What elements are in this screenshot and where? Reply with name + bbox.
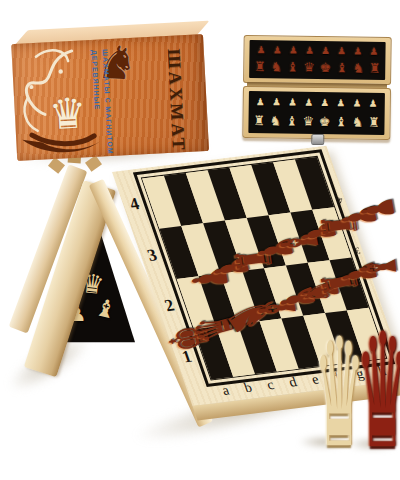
case-piece: ♟: [369, 47, 378, 57]
case-piece: ♝: [335, 115, 347, 128]
case-piece-row: ♜♞♝♛♚♝♞♜: [249, 60, 385, 75]
case-piece: ♜: [253, 114, 265, 127]
box-front-face: ♞ ♛ ДЕРЕВЯННЫЕ ШАХМАТЫ С МАГНИТОМ ШАХМАТ…: [11, 34, 209, 161]
case-lid: ♟♟♟♟♟♟♟♟♜♞♝♛♚♝♞♜: [243, 35, 392, 85]
case-piece: ♚: [319, 115, 331, 128]
case-piece: ♜: [369, 62, 381, 75]
case-piece: ♚: [320, 61, 332, 74]
case-piece: ♟: [321, 46, 330, 56]
case-base: ♟♟♟♟♟♟♟♟♜♞♝♛♚♝♞♜: [242, 86, 391, 140]
lid-felt: ♟♟♟♟♟♟♟♟♜♞♝♛♚♝♞♜: [249, 40, 386, 80]
finger-joint: [48, 157, 65, 174]
case-piece: ♝: [286, 114, 298, 127]
case-piece: ♛: [303, 61, 315, 74]
case-piece: ♟: [289, 46, 298, 56]
case-piece-row: ♟♟♟♟♟♟♟♟: [249, 97, 385, 109]
case-piece: ♟: [353, 47, 362, 57]
queen-silhouette-icon: ♛: [48, 92, 88, 136]
case-piece: ♜: [254, 60, 266, 73]
case-piece: ♟: [320, 98, 329, 108]
base-felt: ♟♟♟♟♟♟♟♟♜♞♝♛♚♝♞♜: [248, 91, 385, 135]
case-piece: ♟: [288, 98, 297, 108]
loose-piece: ♟: [354, 194, 400, 223]
case-piece: ♟: [256, 97, 265, 107]
case-piece: ♟: [304, 98, 313, 108]
case-piece: ♝: [336, 61, 348, 74]
case-piece: ♛: [302, 114, 314, 127]
case-piece: ♝: [287, 61, 299, 74]
case-piece: ♟: [352, 99, 361, 109]
storage-case: ♟♟♟♟♟♟♟♟♜♞♝♛♚♝♞♜ ♟♟♟♟♟♟♟♟♜♞♝♛♚♝♞♜: [242, 35, 391, 140]
case-piece: ♜: [368, 115, 380, 128]
case-piece: ♟: [337, 46, 346, 56]
case-piece-row: ♜♞♝♛♚♝♞♜: [248, 114, 384, 129]
case-piece: ♟: [273, 45, 282, 55]
case-clasp-icon: [311, 134, 324, 145]
product-photo: ♟♛♟♝ 4321 abcdefgh 43 ♞ ♛ ДЕ: [0, 0, 400, 480]
finger-joint: [85, 155, 102, 172]
case-piece: ♟: [336, 99, 345, 109]
packaging-box: ♞ ♛ ДЕРЕВЯННЫЕ ШАХМАТЫ С МАГНИТОМ ШАХМАТ…: [11, 29, 209, 161]
case-piece: ♟: [272, 98, 281, 108]
case-piece: ♟: [368, 99, 377, 109]
case-piece: ♞: [352, 61, 364, 74]
case-piece: ♟: [257, 45, 266, 55]
case-piece: ♞: [270, 114, 282, 127]
stored-piece: ♝: [93, 295, 119, 323]
case-piece-row: ♟♟♟♟♟♟♟♟: [249, 45, 385, 57]
case-piece: ♞: [352, 115, 364, 128]
case-piece: ♞: [270, 60, 282, 73]
standing-dark-piece: ♛: [356, 312, 400, 470]
case-piece: ♟: [305, 46, 314, 56]
